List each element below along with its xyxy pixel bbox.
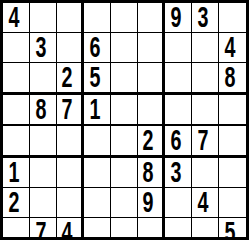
cell-digit: 7 [36, 218, 47, 240]
cell-r6c4[interactable] [84, 126, 111, 158]
cell-r9c8[interactable] [192, 218, 219, 240]
cell-r7c5[interactable] [111, 158, 138, 188]
cell-r2c6[interactable] [138, 33, 165, 63]
cell-r7c6[interactable]: 8 [138, 158, 165, 188]
cell-digit: 5 [90, 63, 101, 92]
cell-r8c6[interactable]: 9 [138, 188, 165, 218]
cell-r1c9[interactable] [219, 3, 246, 33]
cell-digit: 3 [198, 3, 209, 32]
cell-digit: 1 [9, 158, 20, 187]
cell-digit: 2 [62, 63, 73, 92]
cell-r9c6[interactable] [138, 218, 165, 240]
cell-digit: 1 [90, 95, 101, 124]
cell-r3c7[interactable] [165, 63, 192, 95]
cell-digit: 7 [198, 126, 209, 155]
cell-r8c2[interactable] [30, 188, 57, 218]
cell-r1c8[interactable]: 3 [192, 3, 219, 33]
cell-r8c8[interactable]: 4 [192, 188, 219, 218]
cell-digit: 8 [225, 63, 236, 92]
cell-r9c2[interactable]: 7 [30, 218, 57, 240]
cell-r4c2[interactable]: 8 [30, 95, 57, 125]
cell-r8c3[interactable] [57, 188, 84, 218]
cell-r1c1[interactable]: 4 [3, 3, 30, 33]
cell-digit: 3 [36, 33, 47, 62]
cell-r7c3[interactable] [57, 158, 84, 188]
cell-digit: 4 [62, 218, 73, 240]
cell-digit: 4 [225, 33, 236, 62]
cell-r3c3[interactable]: 2 [57, 63, 84, 95]
cell-digit: 6 [171, 126, 182, 155]
cell-r6c9[interactable] [219, 126, 246, 158]
cell-r6c3[interactable] [57, 126, 84, 158]
cell-digit: 6 [90, 33, 101, 62]
cell-r9c7[interactable] [165, 218, 192, 240]
cell-r3c6[interactable] [138, 63, 165, 95]
cell-r2c1[interactable] [3, 33, 30, 63]
cell-digit: 4 [198, 188, 209, 217]
cell-r1c7[interactable]: 9 [165, 3, 192, 33]
cell-r4c4[interactable]: 1 [84, 95, 111, 125]
cell-digit: 4 [9, 3, 20, 32]
cell-r3c4[interactable]: 5 [84, 63, 111, 95]
cell-r9c4[interactable] [84, 218, 111, 240]
cell-r3c5[interactable] [111, 63, 138, 95]
cell-r9c3[interactable]: 4 [57, 218, 84, 240]
cell-r7c4[interactable] [84, 158, 111, 188]
cell-digit: 8 [36, 95, 47, 124]
cell-r2c9[interactable]: 4 [219, 33, 246, 63]
cell-r2c4[interactable]: 6 [84, 33, 111, 63]
cell-r3c8[interactable] [192, 63, 219, 95]
cell-r6c7[interactable]: 6 [165, 126, 192, 158]
sudoku-board: 493364258871267183294745 [0, 0, 249, 240]
cell-r7c9[interactable] [219, 158, 246, 188]
cell-r9c9[interactable]: 5 [219, 218, 246, 240]
cell-r6c1[interactable] [3, 126, 30, 158]
cell-r6c8[interactable]: 7 [192, 126, 219, 158]
cell-r4c3[interactable]: 7 [57, 95, 84, 125]
cell-r1c4[interactable] [84, 3, 111, 33]
cell-digit: 2 [143, 126, 154, 155]
cell-digit: 8 [143, 158, 154, 187]
cell-r7c1[interactable]: 1 [3, 158, 30, 188]
cell-r8c7[interactable] [165, 188, 192, 218]
cell-r2c3[interactable] [57, 33, 84, 63]
cell-r9c1[interactable] [3, 218, 30, 240]
cell-r4c6[interactable] [138, 95, 165, 125]
cell-r3c2[interactable] [30, 63, 57, 95]
cell-r2c5[interactable] [111, 33, 138, 63]
cell-r7c7[interactable]: 3 [165, 158, 192, 188]
cell-r8c9[interactable] [219, 188, 246, 218]
cell-r1c6[interactable] [138, 3, 165, 33]
cell-digit: 9 [143, 188, 154, 217]
cell-digit: 3 [171, 158, 182, 187]
cell-r3c9[interactable]: 8 [219, 63, 246, 95]
cell-r1c2[interactable] [30, 3, 57, 33]
cell-digit: 2 [9, 188, 20, 217]
cell-r2c7[interactable] [165, 33, 192, 63]
cell-r4c9[interactable] [219, 95, 246, 125]
cell-r8c4[interactable] [84, 188, 111, 218]
cell-r7c2[interactable] [30, 158, 57, 188]
cell-r1c3[interactable] [57, 3, 84, 33]
cell-r2c2[interactable]: 3 [30, 33, 57, 63]
cell-r4c5[interactable] [111, 95, 138, 125]
cell-r6c6[interactable]: 2 [138, 126, 165, 158]
cell-r4c1[interactable] [3, 95, 30, 125]
cell-r4c7[interactable] [165, 95, 192, 125]
cell-r8c5[interactable] [111, 188, 138, 218]
cell-r6c5[interactable] [111, 126, 138, 158]
cell-r2c8[interactable] [192, 33, 219, 63]
cell-digit: 5 [225, 218, 236, 240]
cell-r7c8[interactable] [192, 158, 219, 188]
cell-r4c8[interactable] [192, 95, 219, 125]
cell-r8c1[interactable]: 2 [3, 188, 30, 218]
cell-digit: 9 [171, 3, 182, 32]
cell-digit: 7 [62, 95, 73, 124]
cell-r1c5[interactable] [111, 3, 138, 33]
cell-r3c1[interactable] [3, 63, 30, 95]
cell-r6c2[interactable] [30, 126, 57, 158]
cell-r9c5[interactable] [111, 218, 138, 240]
